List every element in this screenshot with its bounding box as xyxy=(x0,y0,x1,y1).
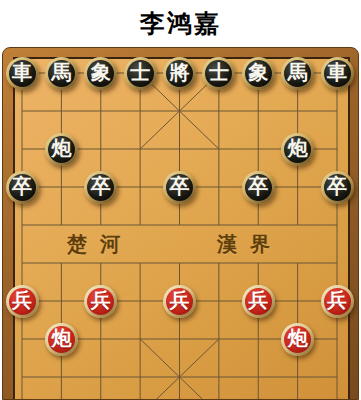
piece-disc: 象 xyxy=(245,60,272,87)
piece-black-chariot[interactable]: 車 xyxy=(321,57,354,90)
piece-glyph: 炮 xyxy=(288,328,308,348)
piece-disc: 卒 xyxy=(245,174,272,201)
piece-glyph: 卒 xyxy=(170,176,190,196)
piece-black-soldier[interactable]: 卒 xyxy=(6,171,39,204)
piece-glyph: 馬 xyxy=(51,62,71,82)
piece-glyph: 車 xyxy=(327,62,347,82)
piece-disc: 象 xyxy=(87,60,114,87)
piece-disc: 炮 xyxy=(48,136,75,163)
piece-black-soldier[interactable]: 卒 xyxy=(242,171,275,204)
piece-disc: 炮 xyxy=(48,326,75,353)
piece-glyph: 卒 xyxy=(248,176,268,196)
piece-black-soldier[interactable]: 卒 xyxy=(163,171,196,204)
piece-glyph: 馬 xyxy=(288,62,308,82)
piece-black-general[interactable]: 將 xyxy=(163,57,196,90)
piece-black-chariot[interactable]: 車 xyxy=(6,57,39,90)
piece-disc: 卒 xyxy=(87,174,114,201)
piece-glyph: 兵 xyxy=(91,290,111,310)
piece-disc: 卒 xyxy=(324,174,351,201)
piece-glyph: 炮 xyxy=(288,138,308,158)
piece-disc: 卒 xyxy=(166,174,193,201)
board-field[interactable]: 楚河 漢界 車馬象士將士象馬車炮炮卒卒卒卒卒兵兵兵兵兵炮炮車馬相仕帥仕相馬車 xyxy=(13,57,350,400)
piece-glyph: 士 xyxy=(130,62,150,82)
piece-disc: 馬 xyxy=(284,60,311,87)
piece-disc: 將 xyxy=(166,60,193,87)
piece-glyph: 車 xyxy=(12,62,32,82)
piece-black-horse[interactable]: 馬 xyxy=(281,57,314,90)
piece-glyph: 兵 xyxy=(12,290,32,310)
piece-black-cannon[interactable]: 炮 xyxy=(281,133,314,166)
piece-red-soldier[interactable]: 兵 xyxy=(163,285,196,318)
xiangqi-board[interactable]: 楚河 漢界 車馬象士將士象馬車炮炮卒卒卒卒卒兵兵兵兵兵炮炮車馬相仕帥仕相馬車 xyxy=(2,47,359,400)
piece-glyph: 象 xyxy=(91,62,111,82)
piece-glyph: 炮 xyxy=(51,328,71,348)
piece-disc: 兵 xyxy=(166,288,193,315)
piece-glyph: 卒 xyxy=(12,176,32,196)
piece-glyph: 卒 xyxy=(327,176,347,196)
piece-black-horse[interactable]: 馬 xyxy=(45,57,78,90)
piece-black-cannon[interactable]: 炮 xyxy=(45,133,78,166)
piece-disc: 炮 xyxy=(284,136,311,163)
piece-disc: 士 xyxy=(127,60,154,87)
piece-glyph: 兵 xyxy=(248,290,268,310)
piece-disc: 兵 xyxy=(324,288,351,315)
river-label-right: 漢界 xyxy=(217,231,283,258)
piece-black-soldier[interactable]: 卒 xyxy=(321,171,354,204)
piece-disc: 兵 xyxy=(9,288,36,315)
piece-black-soldier[interactable]: 卒 xyxy=(84,171,117,204)
piece-black-elephant[interactable]: 象 xyxy=(84,57,117,90)
piece-black-advisor[interactable]: 士 xyxy=(202,57,235,90)
piece-disc: 士 xyxy=(205,60,232,87)
piece-disc: 炮 xyxy=(284,326,311,353)
piece-glyph: 士 xyxy=(209,62,229,82)
piece-disc: 車 xyxy=(324,60,351,87)
piece-disc: 兵 xyxy=(87,288,114,315)
piece-glyph: 卒 xyxy=(91,176,111,196)
piece-red-soldier[interactable]: 兵 xyxy=(84,285,117,318)
river-label-left: 楚河 xyxy=(67,231,133,258)
title-bar: 李鸿嘉 xyxy=(0,0,361,47)
piece-red-soldier[interactable]: 兵 xyxy=(242,285,275,318)
piece-disc: 兵 xyxy=(245,288,272,315)
piece-disc: 馬 xyxy=(48,60,75,87)
piece-glyph: 兵 xyxy=(170,290,190,310)
piece-glyph: 兵 xyxy=(327,290,347,310)
piece-glyph: 象 xyxy=(248,62,268,82)
piece-glyph: 炮 xyxy=(51,138,71,158)
piece-red-soldier[interactable]: 兵 xyxy=(6,285,39,318)
piece-disc: 車 xyxy=(9,60,36,87)
page-title: 李鸿嘉 xyxy=(140,7,221,40)
piece-red-cannon[interactable]: 炮 xyxy=(281,323,314,356)
piece-disc: 卒 xyxy=(9,174,36,201)
piece-black-advisor[interactable]: 士 xyxy=(124,57,157,90)
piece-glyph: 將 xyxy=(170,62,190,82)
piece-red-soldier[interactable]: 兵 xyxy=(321,285,354,318)
piece-black-elephant[interactable]: 象 xyxy=(242,57,275,90)
piece-red-cannon[interactable]: 炮 xyxy=(45,323,78,356)
